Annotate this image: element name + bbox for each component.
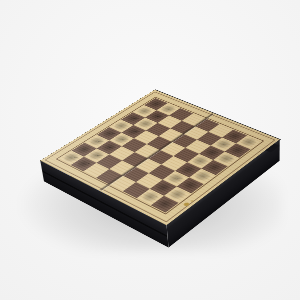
board-3d-scene: ♜♞♝♚♛♝♞♜♟♟♟♟♟♟♟♟♟♟♟♟♟♟♟♟♜♞♝♚♛♝♞♜: [68, 58, 252, 242]
chess-set-photo: ♜♞♝♚♛♝♞♜♟♟♟♟♟♟♟♟♟♟♟♟♟♟♟♟♜♞♝♚♛♝♞♜: [0, 0, 300, 300]
